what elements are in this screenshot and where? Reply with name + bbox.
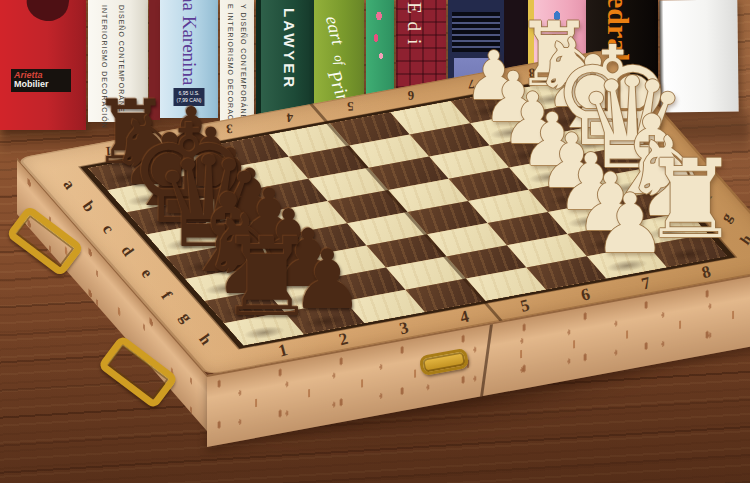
edi-title: Edi (403, 2, 425, 52)
red-book-cover-art (24, 0, 70, 24)
heart-word1: eart (321, 14, 348, 47)
scene: Arietta Mobilier INTERIORISMO DECORACIÓN… (0, 0, 750, 483)
board-fold-gap (480, 324, 493, 396)
arietta-label: Arietta Mobilier (11, 69, 71, 92)
book-red-arietta: Arietta Mobilier (0, 0, 86, 130)
teal-book-decor (370, 8, 388, 68)
anna-karenina-title: na Karenina (178, 0, 200, 85)
arietta-label-line2: Mobilier (14, 80, 68, 89)
heart-word2: of (330, 53, 348, 67)
lawyer-title: LAWYER (281, 8, 298, 90)
